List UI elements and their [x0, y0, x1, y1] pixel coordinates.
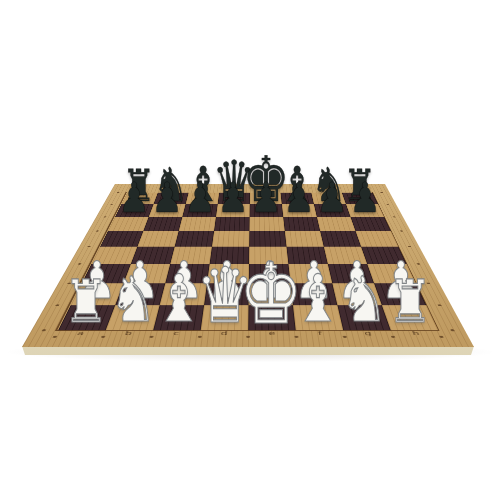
screw-dot — [110, 204, 113, 205]
piece-black-pawn-h7[interactable]: ♟ — [349, 178, 381, 220]
screw-dot — [400, 230, 403, 231]
piece-white-bishop-f1[interactable]: ♝ — [293, 267, 342, 332]
piece-black-pawn-a7[interactable]: ♟ — [118, 178, 150, 220]
screw-dot — [87, 246, 91, 247]
screw-dot — [101, 336, 106, 338]
screw-dot — [393, 216, 396, 217]
screw-dot — [391, 336, 396, 338]
piece-black-pawn-e7[interactable]: ♟ — [250, 178, 282, 220]
screw-dot — [408, 246, 412, 247]
piece-black-pawn-f7[interactable]: ♟ — [283, 178, 315, 220]
square-c5[interactable] — [175, 231, 214, 247]
piece-white-knight-g1[interactable]: ♞ — [340, 269, 388, 332]
screw-dot — [386, 204, 389, 205]
screw-dot — [41, 329, 46, 331]
piece-white-rook-h1[interactable]: ♜ — [388, 272, 433, 331]
square-h5[interactable] — [356, 231, 399, 247]
screw-dot — [52, 336, 57, 338]
screw-dot — [96, 230, 99, 231]
screw-dot — [439, 336, 444, 338]
screw-dot — [450, 329, 455, 331]
piece-white-rook-a1[interactable]: ♜ — [64, 272, 109, 331]
piece-white-knight-b1[interactable]: ♞ — [109, 269, 157, 332]
screw-dot — [55, 304, 60, 306]
piece-black-pawn-g7[interactable]: ♟ — [316, 178, 348, 220]
screw-dot — [437, 304, 442, 306]
screw-dot — [103, 216, 106, 217]
piece-black-pawn-b7[interactable]: ♟ — [151, 178, 183, 220]
square-g5[interactable] — [320, 231, 361, 247]
square-a5[interactable] — [100, 231, 143, 247]
pieces-layer: ♜♞♝♛♚♝♞♜♟♟♟♟♟♟♟♟♟♟♟♟♟♟♟♟♜♞♝♛♚♝♞♜ — [0, 0, 500, 500]
square-b5[interactable] — [137, 231, 178, 247]
product-photo-scene: abcdefgh ♜♞♝♛♚♝♞♜♟♟♟♟♟♟♟♟♟♟♟♟♟♟♟♟♜♞♝♛♚♝♞… — [0, 0, 500, 500]
piece-black-pawn-d7[interactable]: ♟ — [217, 178, 249, 220]
piece-black-pawn-c7[interactable]: ♟ — [184, 178, 216, 220]
